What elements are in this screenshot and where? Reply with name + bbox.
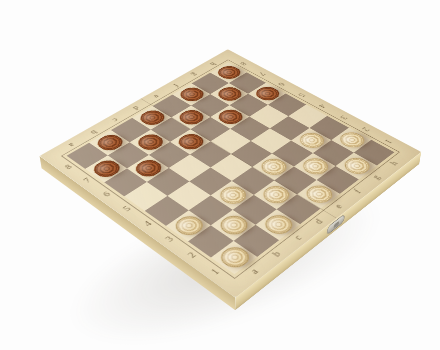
clasp-notch — [333, 221, 339, 229]
board-surface: aabbccddeeffgghh1122334455667788 — [40, 49, 422, 298]
checkers-board: aabbccddeeffgghh1122334455667788 — [40, 49, 422, 298]
product-photo-scene: aabbccddeeffgghh1122334455667788 — [0, 0, 440, 350]
perspective-container: aabbccddeeffgghh1122334455667788 — [0, 0, 440, 350]
